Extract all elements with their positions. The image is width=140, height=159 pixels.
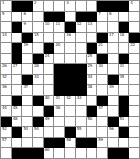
white-cell-r10-c7[interactable]: 42: [65, 96, 76, 107]
white-cell-r13-c13[interactable]: [129, 127, 140, 138]
black-cell-r13-c12: [119, 127, 130, 138]
clue-number-49: 49: [45, 117, 50, 121]
white-cell-r6-c5[interactable]: 24: [44, 54, 55, 65]
white-cell-r8-c10[interactable]: [97, 75, 108, 86]
clue-number-28: 28: [34, 64, 39, 68]
white-cell-r10-c9[interactable]: [87, 96, 98, 107]
white-cell-r12-c5[interactable]: 49: [44, 117, 55, 128]
white-cell-r8-c2[interactable]: [12, 75, 23, 86]
white-cell-r13-c9[interactable]: [87, 127, 98, 138]
black-cell-r15-c2: [12, 148, 23, 159]
clue-number-17: 17: [109, 33, 114, 37]
white-cell-r3-c1[interactable]: [1, 22, 12, 33]
white-cell-r2-c3[interactable]: 6: [22, 12, 33, 23]
white-cell-r4-c2[interactable]: [12, 33, 23, 44]
white-cell-r13-c11[interactable]: 56: [108, 127, 119, 138]
white-cell-r15-c1[interactable]: [1, 148, 12, 159]
white-cell-r15-c13[interactable]: [129, 148, 140, 159]
white-cell-r10-c3[interactable]: [22, 96, 33, 107]
black-cell-r5-c9: [87, 43, 98, 54]
black-cell-r6-c12: [119, 54, 130, 65]
white-cell-r9-c13[interactable]: [129, 85, 140, 96]
clue-number-3: 3: [66, 1, 68, 5]
white-cell-r2-c11[interactable]: 8: [108, 12, 119, 23]
white-cell-r14-c3[interactable]: [22, 138, 33, 149]
white-cell-r12-c12[interactable]: 51: [119, 117, 130, 128]
clue-number-4: 4: [130, 1, 132, 5]
white-cell-r15-c8[interactable]: [76, 148, 87, 159]
white-cell-r11-c13[interactable]: [129, 106, 140, 117]
white-cell-r4-c9[interactable]: [87, 33, 98, 44]
white-cell-r6-c6[interactable]: [54, 54, 65, 65]
white-cell-r4-c7[interactable]: 16: [65, 33, 76, 44]
white-cell-r4-c11[interactable]: 17: [108, 33, 119, 44]
white-cell-r8-c9[interactable]: 34: [87, 75, 98, 86]
white-cell-r14-c12[interactable]: [119, 138, 130, 149]
black-cell-r9-c6: [54, 85, 65, 96]
clue-number-2: 2: [34, 1, 36, 5]
white-cell-r11-c3[interactable]: [22, 106, 33, 117]
white-cell-r9-c5[interactable]: [44, 85, 55, 96]
white-cell-r9-c4[interactable]: [33, 85, 44, 96]
black-cell-r4-c10: [97, 33, 108, 44]
clue-number-52: 52: [2, 127, 7, 131]
clue-number-11: 11: [55, 22, 60, 26]
white-cell-r6-c11[interactable]: [108, 54, 119, 65]
white-cell-r5-c13[interactable]: 22: [129, 43, 140, 54]
white-cell-r9-c3[interactable]: 37: [22, 85, 33, 96]
black-cell-r1-c12: [119, 1, 130, 12]
white-cell-r3-c10[interactable]: [97, 22, 108, 33]
white-cell-r12-c10[interactable]: [97, 117, 108, 128]
clue-number-5: 5: [2, 12, 4, 16]
white-cell-r5-c3[interactable]: 19: [22, 43, 33, 54]
black-cell-r13-c7: [65, 127, 76, 138]
black-cell-r9-c7: [65, 85, 76, 96]
clue-number-34: 34: [88, 75, 93, 79]
clue-number-41: 41: [55, 96, 60, 100]
white-cell-r5-c8[interactable]: [76, 43, 87, 54]
white-cell-r13-c6[interactable]: [54, 127, 65, 138]
white-cell-r3-c3[interactable]: 9: [22, 22, 33, 33]
clue-number-31: 31: [120, 64, 125, 68]
clue-number-22: 22: [130, 43, 135, 47]
white-cell-r3-c13[interactable]: [129, 22, 140, 33]
white-cell-r1-c6[interactable]: [54, 1, 65, 12]
white-cell-r9-c1[interactable]: 36: [1, 85, 12, 96]
white-cell-r5-c4[interactable]: [33, 43, 44, 54]
white-cell-r7-c11[interactable]: [108, 64, 119, 75]
clue-number-20: 20: [55, 43, 60, 47]
clue-number-24: 24: [45, 54, 50, 58]
white-cell-r11-c6[interactable]: 46: [54, 106, 65, 117]
white-cell-r12-c9[interactable]: 50: [87, 117, 98, 128]
clue-number-16: 16: [66, 33, 71, 37]
black-cell-r2-c6: [54, 12, 65, 23]
white-cell-r14-c13[interactable]: [129, 138, 140, 149]
white-cell-r12-c3[interactable]: [22, 117, 33, 128]
black-cell-r8-c8: [76, 75, 87, 86]
white-cell-r9-c2[interactable]: [12, 85, 23, 96]
clue-number-7: 7: [98, 12, 100, 16]
white-cell-r5-c7[interactable]: [65, 43, 76, 54]
white-cell-r3-c5[interactable]: 10: [44, 22, 55, 33]
clue-number-47: 47: [98, 106, 103, 110]
white-cell-r14-c2[interactable]: [12, 138, 23, 149]
clue-number-14: 14: [2, 33, 7, 37]
white-cell-r7-c12[interactable]: 31: [119, 64, 130, 75]
white-cell-r7-c10[interactable]: 30: [97, 64, 108, 75]
white-cell-r2-c13[interactable]: [129, 12, 140, 23]
white-cell-r1-c8[interactable]: [76, 1, 87, 12]
white-cell-r9-c11[interactable]: 39: [108, 85, 119, 96]
black-cell-r11-c5: [44, 106, 55, 117]
white-cell-r11-c4[interactable]: [33, 106, 44, 117]
white-cell-r2-c2[interactable]: [12, 12, 23, 23]
white-cell-r8-c12[interactable]: 35: [119, 75, 130, 86]
white-cell-r11-c10[interactable]: 47: [97, 106, 108, 117]
clue-number-58: 58: [66, 138, 71, 142]
black-cell-r8-c6: [54, 75, 65, 86]
white-cell-r11-c11[interactable]: [108, 106, 119, 117]
white-cell-r7-c5[interactable]: [44, 64, 55, 75]
crossword-puzzle: 1234567891011121314151617181920212224252…: [0, 0, 140, 159]
white-cell-r10-c11[interactable]: [108, 96, 119, 107]
white-cell-r10-c6[interactable]: 41: [54, 96, 65, 107]
white-cell-r12-c7[interactable]: [65, 117, 76, 128]
white-cell-r5-c11[interactable]: [108, 43, 119, 54]
white-cell-r7-c9[interactable]: 29: [87, 64, 98, 75]
black-cell-r10-c10: [97, 96, 108, 107]
clue-number-53: 53: [23, 127, 28, 131]
clue-number-48: 48: [13, 117, 18, 121]
white-cell-r1-c13[interactable]: 4: [129, 1, 140, 12]
clue-number-39: 39: [109, 85, 114, 89]
white-cell-r3-c8[interactable]: 12: [76, 22, 87, 33]
white-cell-r4-c5[interactable]: [44, 33, 55, 44]
black-cell-r15-c4: [33, 148, 44, 159]
white-cell-r13-c4[interactable]: 54: [33, 127, 44, 138]
white-cell-r10-c5[interactable]: 40: [44, 96, 55, 107]
white-cell-r15-c10[interactable]: [97, 148, 108, 159]
black-cell-r1-c10: [97, 1, 108, 12]
clue-number-60: 60: [45, 148, 50, 152]
white-cell-r7-c3[interactable]: [22, 64, 33, 75]
white-cell-r2-c10[interactable]: 7: [97, 12, 108, 23]
black-cell-r8-c7: [65, 75, 76, 86]
black-cell-r9-c8: [76, 85, 87, 96]
white-cell-r6-c9[interactable]: 25: [87, 54, 98, 65]
clue-number-15: 15: [34, 33, 39, 37]
black-cell-r10-c12: [119, 96, 130, 107]
black-cell-r4-c13: [129, 33, 140, 44]
clue-number-33: 33: [34, 75, 39, 79]
clue-number-12: 12: [77, 22, 82, 26]
white-cell-r4-c1[interactable]: 14: [1, 33, 12, 44]
clue-number-25: 25: [88, 54, 93, 58]
white-cell-r14-c10[interactable]: 59: [97, 138, 108, 149]
clue-number-42: 42: [66, 96, 71, 100]
clue-number-13: 13: [88, 22, 93, 26]
white-cell-r12-c8[interactable]: [76, 117, 87, 128]
crossword-board: 1234567891011121314151617181920212224252…: [0, 0, 140, 159]
white-cell-r6-c7[interactable]: [65, 54, 76, 65]
clue-number-46: 46: [55, 106, 60, 110]
white-cell-r14-c11[interactable]: [108, 138, 119, 149]
white-cell-r6-c1[interactable]: [1, 54, 12, 65]
white-cell-r15-c7[interactable]: [65, 148, 76, 159]
black-cell-r14-c5: [44, 138, 55, 149]
black-cell-r7-c6: [54, 64, 65, 75]
white-cell-r5-c1[interactable]: [1, 43, 12, 54]
clue-number-45: 45: [13, 106, 18, 110]
white-cell-r14-c1[interactable]: 57: [1, 138, 12, 149]
black-cell-r6-c2: [12, 54, 23, 65]
white-cell-r15-c6[interactable]: [54, 148, 65, 159]
black-cell-r14-c9: [87, 138, 98, 149]
white-cell-r15-c5[interactable]: 60: [44, 148, 55, 159]
white-cell-r12-c6[interactable]: [54, 117, 65, 128]
black-cell-r15-c3: [22, 148, 33, 159]
white-cell-r11-c1[interactable]: 44: [1, 106, 12, 117]
black-cell-r6-c10: [97, 54, 108, 65]
white-cell-r14-c4[interactable]: [33, 138, 44, 149]
white-cell-r1-c5[interactable]: [44, 1, 55, 12]
clue-number-29: 29: [88, 64, 93, 68]
white-cell-r11-c2[interactable]: 45: [12, 106, 23, 117]
white-cell-r5-c12[interactable]: [119, 43, 130, 54]
black-cell-r3-c2: [12, 22, 23, 33]
white-cell-r4-c4[interactable]: 15: [33, 33, 44, 44]
black-cell-r11-c12: [119, 106, 130, 117]
black-cell-r8-c3: [22, 75, 33, 86]
white-cell-r8-c4[interactable]: 33: [33, 75, 44, 86]
white-cell-r6-c3[interactable]: [22, 54, 33, 65]
black-cell-r3-c12: [119, 22, 130, 33]
clue-number-27: 27: [13, 64, 18, 68]
white-cell-r6-c8[interactable]: [76, 54, 87, 65]
black-cell-r14-c6: [54, 138, 65, 149]
black-cell-r11-c9: [87, 106, 98, 117]
clue-number-55: 55: [77, 127, 82, 131]
clue-number-37: 37: [23, 85, 28, 89]
white-cell-r7-c1[interactable]: 26: [1, 64, 12, 75]
black-cell-r15-c11: [108, 148, 119, 159]
white-cell-r14-c7[interactable]: 58: [65, 138, 76, 149]
white-cell-r8-c13[interactable]: [129, 75, 140, 86]
black-cell-r3-c7: [65, 22, 76, 33]
black-cell-r2-c8: [76, 12, 87, 23]
clue-number-44: 44: [2, 106, 7, 110]
clue-number-54: 54: [34, 127, 39, 131]
black-cell-r2-c9: [87, 12, 98, 23]
white-cell-r4-c12[interactable]: 18: [119, 33, 130, 44]
clue-number-59: 59: [98, 138, 103, 142]
white-cell-r15-c9[interactable]: [87, 148, 98, 159]
white-cell-r13-c10[interactable]: [97, 127, 108, 138]
white-cell-r2-c4[interactable]: [33, 12, 44, 23]
black-cell-r1-c3: [22, 1, 33, 12]
black-cell-r10-c2: [12, 96, 23, 107]
white-cell-r7-c4[interactable]: 28: [33, 64, 44, 75]
white-cell-r13-c5[interactable]: [44, 127, 55, 138]
white-cell-r10-c1[interactable]: [1, 96, 12, 107]
white-cell-r9-c12[interactable]: [119, 85, 130, 96]
white-cell-r3-c11[interactable]: [108, 22, 119, 33]
white-cell-r4-c8[interactable]: [76, 33, 87, 44]
black-cell-r2-c5: [44, 12, 55, 23]
clue-number-43: 43: [77, 96, 82, 100]
white-cell-r8-c5[interactable]: [44, 75, 55, 86]
clue-number-57: 57: [2, 138, 7, 142]
black-cell-r13-c2: [12, 127, 23, 138]
clue-number-8: 8: [109, 12, 111, 16]
white-cell-r13-c8[interactable]: 55: [76, 127, 87, 138]
clue-number-6: 6: [23, 12, 25, 16]
clue-number-56: 56: [109, 127, 114, 131]
black-cell-r12-c4: [33, 117, 44, 128]
white-cell-r7-c2[interactable]: 27: [12, 64, 23, 75]
clue-number-21: 21: [98, 43, 103, 47]
clue-number-19: 19: [23, 43, 28, 47]
white-cell-r1-c4[interactable]: 2: [33, 1, 44, 12]
black-cell-r7-c8: [76, 64, 87, 75]
white-cell-r9-c10[interactable]: [97, 85, 108, 96]
white-cell-r1-c1[interactable]: 1: [1, 1, 12, 12]
black-cell-r5-c5: [44, 43, 55, 54]
clue-number-50: 50: [88, 117, 93, 121]
clue-number-35: 35: [120, 75, 125, 79]
black-cell-r15-c12: [119, 148, 130, 159]
white-cell-r1-c9[interactable]: [87, 1, 98, 12]
black-cell-r6-c4: [33, 54, 44, 65]
clue-number-1: 1: [2, 1, 4, 5]
black-cell-r14-c8: [76, 138, 87, 149]
white-cell-r10-c8[interactable]: 43: [76, 96, 87, 107]
white-cell-r6-c13[interactable]: [129, 54, 140, 65]
white-cell-r8-c1[interactable]: 32: [1, 75, 12, 86]
black-cell-r4-c3: [22, 33, 33, 44]
clue-number-32: 32: [2, 75, 7, 79]
clue-number-40: 40: [45, 96, 50, 100]
black-cell-r7-c7: [65, 64, 76, 75]
black-cell-r12-c11: [108, 117, 119, 128]
white-cell-r7-c13[interactable]: [129, 64, 140, 75]
black-cell-r8-c11: [108, 75, 119, 86]
white-cell-r2-c12[interactable]: [119, 12, 130, 23]
clue-number-36: 36: [2, 85, 7, 89]
white-cell-r13-c3[interactable]: 53: [22, 127, 33, 138]
black-cell-r10-c4: [33, 96, 44, 107]
white-cell-r12-c2[interactable]: 48: [12, 117, 23, 128]
black-cell-r5-c2: [12, 43, 23, 54]
clue-number-18: 18: [120, 33, 125, 37]
black-cell-r1-c2: [12, 1, 23, 12]
white-cell-r11-c7[interactable]: [65, 106, 76, 117]
white-cell-r4-c6[interactable]: [54, 33, 65, 44]
clue-number-26: 26: [2, 64, 7, 68]
white-cell-r5-c6[interactable]: 20: [54, 43, 65, 54]
white-cell-r9-c9[interactable]: 38: [87, 85, 98, 96]
white-cell-r1-c7[interactable]: 3: [65, 1, 76, 12]
white-cell-r3-c9[interactable]: 13: [87, 22, 98, 33]
clue-number-9: 9: [23, 22, 25, 26]
white-cell-r5-c10[interactable]: 21: [97, 43, 108, 54]
clue-number-30: 30: [98, 64, 103, 68]
black-cell-r12-c1: [1, 117, 12, 128]
white-cell-r2-c1[interactable]: 5: [1, 12, 12, 23]
clue-number-10: 10: [45, 22, 50, 26]
white-cell-r12-c13[interactable]: [129, 117, 140, 128]
clue-number-51: 51: [120, 117, 125, 121]
white-cell-r11-c8[interactable]: [76, 106, 87, 117]
clue-number-38: 38: [88, 85, 93, 89]
white-cell-r2-c7[interactable]: [65, 12, 76, 23]
black-cell-r1-c11: [108, 1, 119, 12]
white-cell-r10-c13[interactable]: [129, 96, 140, 107]
white-cell-r3-c4[interactable]: [33, 22, 44, 33]
white-cell-r3-c6[interactable]: 11: [54, 22, 65, 33]
white-cell-r13-c1[interactable]: 52: [1, 127, 12, 138]
